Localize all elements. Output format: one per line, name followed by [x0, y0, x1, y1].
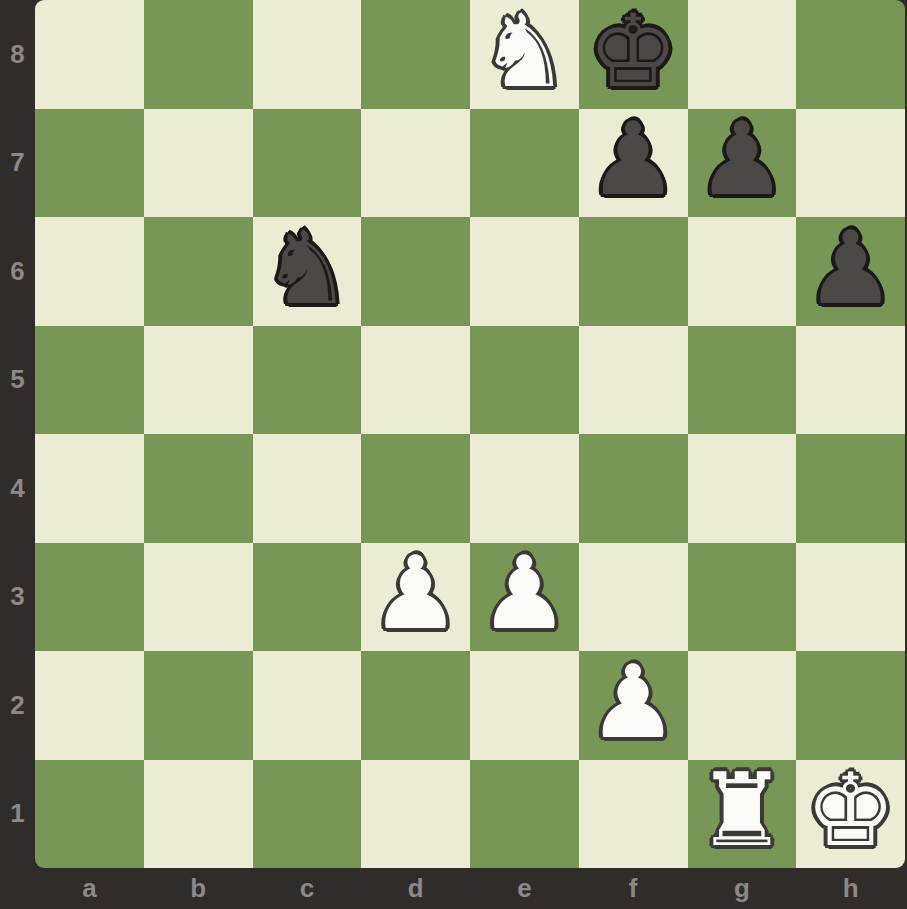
square-f2[interactable]: ♟ [579, 651, 688, 760]
square-f7[interactable]: ♟ [579, 109, 688, 218]
square-e7[interactable] [470, 109, 579, 218]
black-pawn[interactable]: ♟ [688, 109, 797, 218]
rank-labels: 87654321 [0, 0, 35, 868]
square-f6[interactable] [579, 217, 688, 326]
square-d5[interactable] [361, 326, 470, 435]
square-f4[interactable] [579, 434, 688, 543]
rank-label-4: 4 [0, 434, 35, 543]
square-b2[interactable] [144, 651, 253, 760]
square-a8[interactable] [35, 0, 144, 109]
square-h4[interactable] [796, 434, 905, 543]
square-d3[interactable]: ♟ [361, 543, 470, 652]
white-knight[interactable]: ♞ [470, 0, 579, 109]
square-g8[interactable] [688, 0, 797, 109]
square-e3[interactable]: ♟ [470, 543, 579, 652]
square-a7[interactable] [35, 109, 144, 218]
black-knight[interactable]: ♞ [253, 217, 362, 326]
square-e5[interactable] [470, 326, 579, 435]
square-h5[interactable] [796, 326, 905, 435]
chess-board: ♞♚♟♟♞♟♟♟♟♜♚ [35, 0, 905, 868]
square-h8[interactable] [796, 0, 905, 109]
square-d7[interactable] [361, 109, 470, 218]
file-label-f: f [579, 868, 688, 909]
square-c6[interactable]: ♞ [253, 217, 362, 326]
square-b6[interactable] [144, 217, 253, 326]
file-labels: abcdefgh [35, 868, 905, 909]
rank-label-3: 3 [0, 543, 35, 652]
square-e6[interactable] [470, 217, 579, 326]
white-pawn[interactable]: ♟ [579, 651, 688, 760]
black-king[interactable]: ♚ [579, 0, 688, 109]
square-a1[interactable] [35, 760, 144, 869]
square-d1[interactable] [361, 760, 470, 869]
square-c4[interactable] [253, 434, 362, 543]
rank-label-7: 7 [0, 109, 35, 218]
square-c3[interactable] [253, 543, 362, 652]
square-g5[interactable] [688, 326, 797, 435]
rank-label-2: 2 [0, 651, 35, 760]
square-h2[interactable] [796, 651, 905, 760]
square-e2[interactable] [470, 651, 579, 760]
square-e8[interactable]: ♞ [470, 0, 579, 109]
square-g7[interactable]: ♟ [688, 109, 797, 218]
file-label-h: h [796, 868, 905, 909]
rank-label-8: 8 [0, 0, 35, 109]
square-a6[interactable] [35, 217, 144, 326]
square-b7[interactable] [144, 109, 253, 218]
square-h7[interactable] [796, 109, 905, 218]
square-f3[interactable] [579, 543, 688, 652]
square-f1[interactable] [579, 760, 688, 869]
square-b1[interactable] [144, 760, 253, 869]
rank-label-5: 5 [0, 326, 35, 435]
square-c7[interactable] [253, 109, 362, 218]
file-label-g: g [688, 868, 797, 909]
file-label-a: a [35, 868, 144, 909]
square-c8[interactable] [253, 0, 362, 109]
file-label-b: b [144, 868, 253, 909]
square-a4[interactable] [35, 434, 144, 543]
chess-app: 87654321 ♞♚♟♟♞♟♟♟♟♜♚ abcdefgh [0, 0, 907, 909]
white-rook[interactable]: ♜ [688, 760, 797, 869]
black-pawn[interactable]: ♟ [796, 217, 905, 326]
black-pawn[interactable]: ♟ [579, 109, 688, 218]
square-g2[interactable] [688, 651, 797, 760]
square-f8[interactable]: ♚ [579, 0, 688, 109]
file-label-d: d [361, 868, 470, 909]
file-label-e: e [470, 868, 579, 909]
square-a2[interactable] [35, 651, 144, 760]
square-b4[interactable] [144, 434, 253, 543]
square-d2[interactable] [361, 651, 470, 760]
square-g4[interactable] [688, 434, 797, 543]
white-king[interactable]: ♚ [796, 760, 905, 869]
square-a5[interactable] [35, 326, 144, 435]
square-g6[interactable] [688, 217, 797, 326]
square-b3[interactable] [144, 543, 253, 652]
square-g3[interactable] [688, 543, 797, 652]
file-label-c: c [253, 868, 362, 909]
square-f5[interactable] [579, 326, 688, 435]
rank-label-6: 6 [0, 217, 35, 326]
white-pawn[interactable]: ♟ [470, 543, 579, 652]
square-a3[interactable] [35, 543, 144, 652]
square-g1[interactable]: ♜ [688, 760, 797, 869]
square-h3[interactable] [796, 543, 905, 652]
square-e1[interactable] [470, 760, 579, 869]
square-b5[interactable] [144, 326, 253, 435]
square-b8[interactable] [144, 0, 253, 109]
square-d6[interactable] [361, 217, 470, 326]
square-c1[interactable] [253, 760, 362, 869]
square-h6[interactable]: ♟ [796, 217, 905, 326]
square-d4[interactable] [361, 434, 470, 543]
white-pawn[interactable]: ♟ [361, 543, 470, 652]
square-c5[interactable] [253, 326, 362, 435]
square-c2[interactable] [253, 651, 362, 760]
square-e4[interactable] [470, 434, 579, 543]
rank-label-1: 1 [0, 760, 35, 869]
square-h1[interactable]: ♚ [796, 760, 905, 869]
square-d8[interactable] [361, 0, 470, 109]
